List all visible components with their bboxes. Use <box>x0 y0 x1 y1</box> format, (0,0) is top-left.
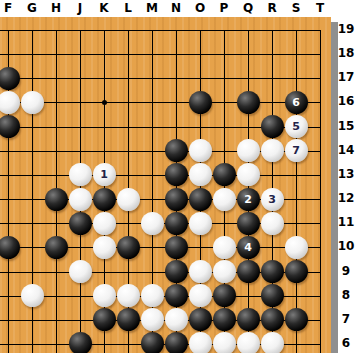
white-stone-Q6 <box>237 332 260 353</box>
white-stone-J9 <box>69 260 92 283</box>
go-board-screenshot: FGHJKLMNOPQRST 191817161514131211109876 … <box>0 0 356 353</box>
white-stone-R12: 3 <box>261 188 284 211</box>
move-number-5: 5 <box>292 121 300 132</box>
row-label-19: 19 <box>336 22 356 36</box>
black-stone-R9 <box>261 260 284 283</box>
white-stone-K13: 1 <box>93 163 116 186</box>
black-stone-N13 <box>165 163 188 186</box>
row-label-9: 9 <box>336 264 356 278</box>
white-stone-O14 <box>189 139 212 162</box>
grid-hline-13 <box>0 175 321 176</box>
col-label-H: H <box>46 1 66 15</box>
black-stone-O7 <box>189 308 212 331</box>
col-label-R: R <box>262 1 282 15</box>
row-label-13: 13 <box>336 167 356 181</box>
black-stone-P7 <box>213 308 236 331</box>
row-label-6: 6 <box>336 336 356 350</box>
black-stone-R8 <box>261 284 284 307</box>
black-stone-L10 <box>117 236 140 259</box>
black-stone-S16: 6 <box>285 91 308 114</box>
black-stone-N6 <box>165 332 188 353</box>
black-stone-F17 <box>0 67 20 90</box>
white-stone-O9 <box>189 260 212 283</box>
col-label-P: P <box>214 1 234 15</box>
white-stone-S14: 7 <box>285 139 308 162</box>
black-stone-P13 <box>213 163 236 186</box>
grid-hline-17 <box>0 78 321 79</box>
white-stone-O13 <box>189 163 212 186</box>
white-stone-L12 <box>117 188 140 211</box>
col-label-L: L <box>118 1 138 15</box>
row-label-18: 18 <box>336 46 356 60</box>
black-stone-Q7 <box>237 308 260 331</box>
grid-hline-19 <box>0 30 321 31</box>
row-label-16: 16 <box>336 94 356 108</box>
white-stone-J13 <box>69 163 92 186</box>
row-label-7: 7 <box>336 312 356 326</box>
black-stone-J11 <box>69 212 92 235</box>
white-stone-M11 <box>141 212 164 235</box>
black-stone-F15 <box>0 115 20 138</box>
white-stone-P6 <box>213 332 236 353</box>
black-stone-L7 <box>117 308 140 331</box>
white-stone-O11 <box>189 212 212 235</box>
black-stone-Q9 <box>237 260 260 283</box>
move-number-7: 7 <box>292 145 300 156</box>
row-label-10: 10 <box>336 239 356 253</box>
white-stone-N7 <box>165 308 188 331</box>
black-stone-S7 <box>285 308 308 331</box>
white-stone-F16 <box>0 91 20 114</box>
white-stone-R14 <box>261 139 284 162</box>
black-stone-K12 <box>93 188 116 211</box>
white-stone-P9 <box>213 260 236 283</box>
white-stone-S10 <box>285 236 308 259</box>
black-stone-N12 <box>165 188 188 211</box>
black-stone-O16 <box>189 91 212 114</box>
black-stone-M6 <box>141 332 164 353</box>
move-number-1: 1 <box>100 169 108 180</box>
white-stone-K8 <box>93 284 116 307</box>
col-label-N: N <box>166 1 186 15</box>
black-stone-Q11 <box>237 212 260 235</box>
white-stone-O8 <box>189 284 212 307</box>
white-stone-K10 <box>93 236 116 259</box>
white-stone-M8 <box>141 284 164 307</box>
white-stone-L8 <box>117 284 140 307</box>
white-stone-K11 <box>93 212 116 235</box>
black-stone-Q12: 2 <box>237 188 260 211</box>
black-stone-F10 <box>0 236 20 259</box>
white-stone-J12 <box>69 188 92 211</box>
move-number-2: 2 <box>244 194 252 205</box>
row-label-8: 8 <box>336 288 356 302</box>
white-stone-R6 <box>261 332 284 353</box>
white-stone-S15: 5 <box>285 115 308 138</box>
black-stone-R15 <box>261 115 284 138</box>
row-label-11: 11 <box>336 215 356 229</box>
col-label-M: M <box>142 1 162 15</box>
white-stone-M7 <box>141 308 164 331</box>
black-stone-N9 <box>165 260 188 283</box>
black-stone-N14 <box>165 139 188 162</box>
row-label-15: 15 <box>336 119 356 133</box>
move-number-4: 4 <box>244 242 252 253</box>
black-stone-R7 <box>261 308 284 331</box>
black-stone-N10 <box>165 236 188 259</box>
move-number-3: 3 <box>268 194 276 205</box>
grid-hline-16 <box>0 102 321 103</box>
black-stone-J6 <box>69 332 92 353</box>
black-stone-N8 <box>165 284 188 307</box>
col-label-G: G <box>22 1 42 15</box>
col-label-Q: Q <box>238 1 258 15</box>
col-label-T: T <box>310 1 330 15</box>
black-stone-H12 <box>45 188 68 211</box>
black-stone-S9 <box>285 260 308 283</box>
col-label-J: J <box>70 1 90 15</box>
black-stone-Q16 <box>237 91 260 114</box>
move-number-6: 6 <box>292 97 300 108</box>
row-label-14: 14 <box>336 143 356 157</box>
black-stone-K7 <box>93 308 116 331</box>
black-stone-O12 <box>189 188 212 211</box>
white-stone-G16 <box>21 91 44 114</box>
black-stone-Q10: 4 <box>237 236 260 259</box>
white-stone-P12 <box>213 188 236 211</box>
col-label-O: O <box>190 1 210 15</box>
black-stone-N11 <box>165 212 188 235</box>
row-label-17: 17 <box>336 70 356 84</box>
black-stone-H10 <box>45 236 68 259</box>
grid-hline-18 <box>0 54 321 55</box>
row-label-12: 12 <box>336 191 356 205</box>
white-stone-P10 <box>213 236 236 259</box>
white-stone-Q14 <box>237 139 260 162</box>
white-stone-R11 <box>261 212 284 235</box>
white-stone-G8 <box>21 284 44 307</box>
col-label-F: F <box>0 1 18 15</box>
col-label-K: K <box>94 1 114 15</box>
white-stone-Q13 <box>237 163 260 186</box>
white-stone-O6 <box>189 332 212 353</box>
col-label-S: S <box>286 1 306 15</box>
black-stone-P8 <box>213 284 236 307</box>
